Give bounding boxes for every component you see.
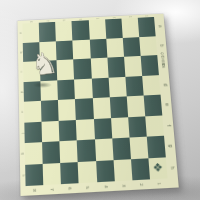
board-square	[73, 39, 91, 59]
coordinate-label: a	[154, 23, 165, 29]
board-square	[126, 96, 145, 117]
board-square	[78, 161, 97, 184]
board-square: ❖	[148, 157, 167, 180]
board-square	[91, 77, 109, 98]
board-square	[124, 56, 142, 76]
board-square	[75, 98, 93, 119]
coordinate-label: e	[161, 101, 173, 107]
board-square	[39, 22, 56, 42]
coordinate-label: 8	[32, 186, 37, 195]
coordinate-label: 2	[139, 180, 144, 189]
board-square	[74, 58, 92, 79]
board-square	[42, 141, 60, 163]
board-square	[90, 58, 108, 79]
coordinate-label: b	[156, 42, 167, 48]
coordinate-label: d	[159, 81, 171, 87]
board-square	[43, 162, 61, 185]
board-square	[77, 139, 96, 161]
board-square	[96, 160, 115, 183]
coordinate-label: 7	[50, 185, 55, 194]
board-square	[55, 21, 72, 41]
board-square	[138, 17, 156, 37]
board-square	[107, 57, 125, 77]
board-square	[57, 79, 75, 100]
board-square	[121, 18, 139, 38]
white-knight-piece: ♞	[29, 47, 60, 80]
board-square	[139, 36, 157, 56]
board-square	[93, 118, 111, 140]
board-square	[74, 78, 92, 99]
board-square	[60, 140, 78, 162]
chess-board: ❖	[22, 17, 167, 186]
board-square	[145, 115, 164, 137]
maker-logo-icon: ❖	[152, 162, 163, 174]
board-square	[94, 138, 113, 160]
board-square	[60, 162, 79, 185]
chess-mat: 87654321 abcdefgh ❖ abcdefgh 87654321 ©C…	[18, 14, 179, 196]
board-square	[41, 100, 59, 121]
board-square	[111, 117, 130, 139]
coordinate-label: f	[162, 122, 174, 128]
board-square	[113, 159, 132, 182]
board-square	[22, 23, 39, 43]
board-square	[88, 19, 106, 39]
board-square	[147, 136, 166, 158]
board-square	[109, 96, 127, 117]
board-square	[128, 116, 147, 138]
board-square	[106, 38, 124, 58]
board-square	[24, 101, 42, 122]
piece-shadow	[33, 82, 52, 88]
border-copyright-text: ©CHESS	[159, 51, 165, 68]
coordinate-label: 1	[156, 179, 161, 188]
board-square	[144, 95, 163, 116]
board-square	[129, 137, 148, 159]
coordinate-label: 4	[103, 182, 108, 191]
coordinate-label: 3	[121, 181, 126, 190]
board-square	[59, 119, 77, 141]
board-square	[58, 99, 76, 120]
board-square	[24, 121, 42, 143]
board-square	[25, 163, 43, 186]
board-square	[141, 55, 159, 75]
board-square	[105, 19, 123, 39]
coordinate-label: g	[164, 143, 176, 149]
board-square	[89, 38, 107, 58]
board-square	[76, 119, 94, 141]
board-square	[25, 142, 43, 164]
board-square	[125, 76, 143, 97]
board-square	[72, 20, 89, 40]
board-square	[122, 37, 140, 57]
board-square	[108, 76, 126, 97]
photo-background: 87654321 abcdefgh ❖ abcdefgh 87654321 ©C…	[0, 0, 200, 200]
board-square	[92, 97, 110, 118]
coordinate-label: 5	[86, 183, 91, 192]
board-square	[131, 158, 150, 181]
coordinate-label: 6	[68, 184, 73, 193]
coordinate-label: h	[166, 164, 178, 170]
board-square	[142, 75, 161, 96]
board-square	[112, 138, 131, 160]
board-square	[42, 120, 60, 142]
board-square	[56, 40, 73, 60]
